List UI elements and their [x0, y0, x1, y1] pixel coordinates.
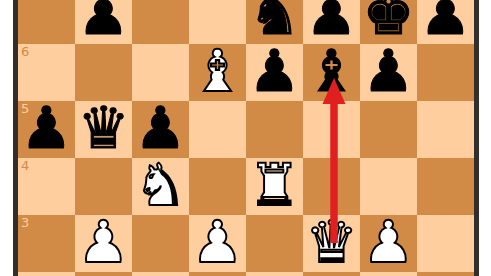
- square-g3[interactable]: ♟: [360, 215, 417, 272]
- black-pawn[interactable]: ♟: [249, 43, 301, 102]
- black-pawn[interactable]: ♟: [420, 0, 472, 45]
- square-c7[interactable]: [132, 0, 189, 44]
- chess-board: ♟♞♟♚♟6♝♟♝♟5♟♛♟4♞♜3♟♟♛♟: [18, 0, 474, 276]
- black-pawn[interactable]: ♟: [363, 43, 415, 102]
- white-bishop[interactable]: ♝: [192, 43, 244, 102]
- white-rook[interactable]: ♜: [249, 157, 301, 216]
- square-f3[interactable]: ♛: [303, 215, 360, 272]
- board-frame: ♟♞♟♚♟6♝♟♝♟5♟♛♟4♞♜3♟♟♛♟: [13, 0, 479, 276]
- square-e2[interactable]: [246, 272, 303, 276]
- square-d6[interactable]: ♝: [189, 44, 246, 101]
- square-a4[interactable]: 4: [18, 158, 75, 215]
- black-pawn[interactable]: ♟: [21, 100, 73, 159]
- square-b4[interactable]: [75, 158, 132, 215]
- square-h6[interactable]: [417, 44, 474, 101]
- square-c4[interactable]: ♞: [132, 158, 189, 215]
- chess-board-screenshot: ♟♞♟♚♟6♝♟♝♟5♟♛♟4♞♜3♟♟♛♟: [0, 0, 491, 276]
- square-e3[interactable]: [246, 215, 303, 272]
- square-h2[interactable]: [417, 272, 474, 276]
- white-pawn[interactable]: ♟: [78, 214, 130, 273]
- black-pawn[interactable]: ♟: [78, 0, 130, 45]
- white-queen[interactable]: ♛: [306, 214, 358, 273]
- black-bishop[interactable]: ♝: [306, 43, 358, 102]
- square-c5[interactable]: ♟: [132, 101, 189, 158]
- square-h4[interactable]: [417, 158, 474, 215]
- white-knight[interactable]: ♞: [135, 157, 187, 216]
- square-e6[interactable]: ♟: [246, 44, 303, 101]
- square-d4[interactable]: [189, 158, 246, 215]
- white-pawn[interactable]: ♟: [363, 214, 415, 273]
- square-e4[interactable]: ♜: [246, 158, 303, 215]
- white-pawn[interactable]: ♟: [192, 214, 244, 273]
- square-g6[interactable]: ♟: [360, 44, 417, 101]
- square-c2[interactable]: [132, 272, 189, 276]
- rank-label-3: 3: [21, 215, 29, 230]
- square-a3[interactable]: 3: [18, 215, 75, 272]
- square-b3[interactable]: ♟: [75, 215, 132, 272]
- square-d3[interactable]: ♟: [189, 215, 246, 272]
- square-d5[interactable]: [189, 101, 246, 158]
- square-f4[interactable]: [303, 158, 360, 215]
- square-a5[interactable]: 5♟: [18, 101, 75, 158]
- rank-label-6: 6: [21, 44, 29, 59]
- square-b7[interactable]: ♟: [75, 0, 132, 44]
- square-c6[interactable]: [132, 44, 189, 101]
- square-f5[interactable]: [303, 101, 360, 158]
- black-queen[interactable]: ♛: [78, 100, 130, 159]
- square-h7[interactable]: ♟: [417, 0, 474, 44]
- square-b6[interactable]: [75, 44, 132, 101]
- square-a6[interactable]: 6: [18, 44, 75, 101]
- square-h5[interactable]: [417, 101, 474, 158]
- square-c3[interactable]: [132, 215, 189, 272]
- square-e5[interactable]: [246, 101, 303, 158]
- square-a2[interactable]: [18, 272, 75, 276]
- square-a7[interactable]: [18, 0, 75, 44]
- square-g5[interactable]: [360, 101, 417, 158]
- square-f6[interactable]: ♝: [303, 44, 360, 101]
- square-g4[interactable]: [360, 158, 417, 215]
- square-b5[interactable]: ♛: [75, 101, 132, 158]
- square-h3[interactable]: [417, 215, 474, 272]
